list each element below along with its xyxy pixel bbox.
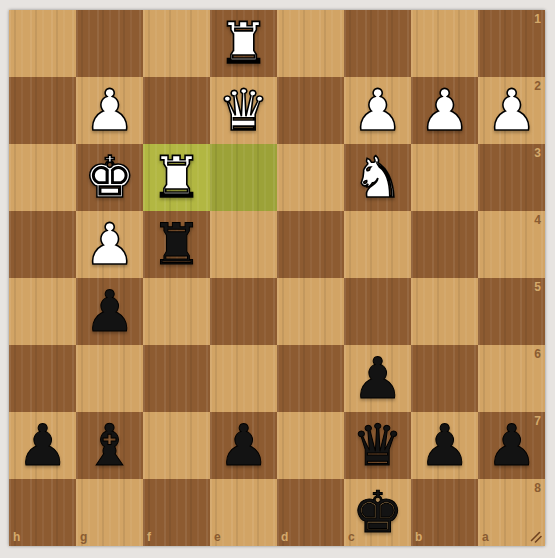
rank-label-6: 6: [534, 348, 541, 360]
square-h3[interactable]: [9, 144, 76, 211]
resize-handle-icon[interactable]: [529, 530, 543, 544]
square-b2[interactable]: ♟: [411, 77, 478, 144]
square-f6[interactable]: [143, 345, 210, 412]
square-g1[interactable]: [76, 10, 143, 77]
file-label-g: g: [80, 531, 87, 543]
white-queen[interactable]: ♛: [210, 77, 277, 144]
square-c8[interactable]: ♚c: [344, 479, 411, 546]
square-h5[interactable]: [9, 278, 76, 345]
square-c3[interactable]: ♞: [344, 144, 411, 211]
white-rook[interactable]: ♜: [143, 144, 210, 211]
file-label-d: d: [281, 531, 288, 543]
square-f2[interactable]: [143, 77, 210, 144]
white-pawn[interactable]: ♟: [478, 77, 545, 144]
black-pawn[interactable]: ♟: [210, 412, 277, 479]
square-b6[interactable]: [411, 345, 478, 412]
square-g5[interactable]: ♟: [76, 278, 143, 345]
square-a3[interactable]: 3: [478, 144, 545, 211]
square-g4[interactable]: ♟: [76, 211, 143, 278]
square-f7[interactable]: [143, 412, 210, 479]
square-a1[interactable]: 1: [478, 10, 545, 77]
square-f4[interactable]: ♜: [143, 211, 210, 278]
square-h7[interactable]: ♟: [9, 412, 76, 479]
square-b7[interactable]: ♟: [411, 412, 478, 479]
square-h6[interactable]: [9, 345, 76, 412]
square-d2[interactable]: [277, 77, 344, 144]
square-c4[interactable]: [344, 211, 411, 278]
square-a4[interactable]: 4: [478, 211, 545, 278]
file-label-a: a: [482, 531, 489, 543]
square-f1[interactable]: [143, 10, 210, 77]
square-d1[interactable]: [277, 10, 344, 77]
square-d3[interactable]: [277, 144, 344, 211]
square-f3[interactable]: ♜: [143, 144, 210, 211]
square-a8[interactable]: a8: [478, 479, 545, 546]
square-h4[interactable]: [9, 211, 76, 278]
square-e6[interactable]: [210, 345, 277, 412]
square-h2[interactable]: [9, 77, 76, 144]
white-knight[interactable]: ♞: [344, 144, 411, 211]
square-e5[interactable]: [210, 278, 277, 345]
square-e3[interactable]: [210, 144, 277, 211]
square-h8[interactable]: h: [9, 479, 76, 546]
black-rook[interactable]: ♜: [143, 211, 210, 278]
file-label-h: h: [13, 531, 20, 543]
square-f5[interactable]: [143, 278, 210, 345]
rank-label-5: 5: [534, 281, 541, 293]
rank-label-4: 4: [534, 214, 541, 226]
square-g2[interactable]: ♟: [76, 77, 143, 144]
white-king[interactable]: ♚: [76, 144, 143, 211]
white-pawn[interactable]: ♟: [344, 77, 411, 144]
square-g7[interactable]: ♝: [76, 412, 143, 479]
black-pawn[interactable]: ♟: [9, 412, 76, 479]
black-queen[interactable]: ♛: [344, 412, 411, 479]
square-a5[interactable]: 5: [478, 278, 545, 345]
square-b4[interactable]: [411, 211, 478, 278]
black-pawn[interactable]: ♟: [344, 345, 411, 412]
file-label-f: f: [147, 531, 151, 543]
square-b1[interactable]: [411, 10, 478, 77]
rank-label-3: 3: [534, 147, 541, 159]
square-c7[interactable]: ♛: [344, 412, 411, 479]
black-bishop[interactable]: ♝: [76, 412, 143, 479]
rank-label-8: 8: [534, 482, 541, 494]
square-f8[interactable]: f: [143, 479, 210, 546]
square-d7[interactable]: [277, 412, 344, 479]
black-king[interactable]: ♚: [344, 479, 411, 546]
square-e4[interactable]: [210, 211, 277, 278]
square-b3[interactable]: [411, 144, 478, 211]
square-e8[interactable]: e: [210, 479, 277, 546]
white-pawn[interactable]: ♟: [76, 77, 143, 144]
square-b5[interactable]: [411, 278, 478, 345]
square-e1[interactable]: ♜: [210, 10, 277, 77]
black-pawn[interactable]: ♟: [411, 412, 478, 479]
square-d5[interactable]: [277, 278, 344, 345]
white-pawn[interactable]: ♟: [76, 211, 143, 278]
square-a6[interactable]: 6: [478, 345, 545, 412]
square-c2[interactable]: ♟: [344, 77, 411, 144]
black-pawn[interactable]: ♟: [478, 412, 545, 479]
square-e7[interactable]: ♟: [210, 412, 277, 479]
square-c6[interactable]: ♟: [344, 345, 411, 412]
square-a2[interactable]: ♟2: [478, 77, 545, 144]
file-label-b: b: [415, 531, 422, 543]
square-g8[interactable]: g: [76, 479, 143, 546]
square-c1[interactable]: [344, 10, 411, 77]
file-label-e: e: [214, 531, 221, 543]
rank-label-1: 1: [534, 13, 541, 25]
square-c5[interactable]: [344, 278, 411, 345]
black-pawn[interactable]: ♟: [76, 278, 143, 345]
square-a7[interactable]: ♟7: [478, 412, 545, 479]
white-rook[interactable]: ♜: [210, 10, 277, 77]
square-g3[interactable]: ♚: [76, 144, 143, 211]
square-e2[interactable]: ♛: [210, 77, 277, 144]
square-b8[interactable]: b: [411, 479, 478, 546]
square-d6[interactable]: [277, 345, 344, 412]
square-h1[interactable]: [9, 10, 76, 77]
chess-board: ♜1♟♛♟♟♟2♚♜♞3♟♜4♟5♟6♟♝♟♛♟♟7hgfed♚cba8: [9, 10, 545, 546]
square-d4[interactable]: [277, 211, 344, 278]
square-g6[interactable]: [76, 345, 143, 412]
white-pawn[interactable]: ♟: [411, 77, 478, 144]
square-d8[interactable]: d: [277, 479, 344, 546]
